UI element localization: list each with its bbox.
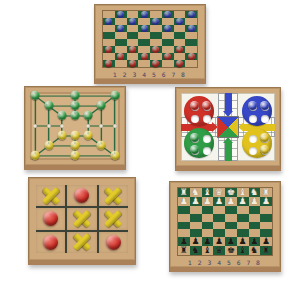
checkers-piece-red (152, 60, 159, 67)
ludo-yard-dot (203, 147, 211, 155)
checkers-piece-blue (152, 18, 159, 25)
morris-point-hole (86, 124, 90, 128)
ludo-yard-dot (191, 115, 199, 123)
checkers-square (150, 53, 162, 60)
checkers-square (127, 60, 139, 67)
chess-square (178, 206, 190, 214)
checkers-piece-blue (141, 11, 148, 18)
nine-mens-morris-board (24, 86, 126, 170)
checkers-square (103, 60, 115, 67)
tic-tac-toe-cell (36, 185, 65, 206)
checkers-square (115, 11, 127, 18)
tic-tac-toe-cell (36, 208, 65, 229)
tic-tac-toe-piece-x (72, 232, 92, 252)
checkers-square (150, 60, 162, 67)
chess-frame-numbers: 1 2 3 4 5 6 7 8 (170, 260, 280, 266)
checkers-square (174, 32, 186, 39)
checkers-square (185, 53, 197, 60)
checkers-square (127, 25, 139, 32)
chess-square (213, 206, 225, 214)
ludo-home-column-blue (225, 93, 232, 111)
tic-tac-toe-cell (99, 185, 128, 206)
morris-peg-yellow (71, 141, 80, 150)
checkers-square (185, 25, 197, 32)
checkers-square (127, 53, 139, 60)
checkers-square (115, 18, 127, 25)
tic-tac-toe-cell (99, 232, 128, 253)
morris-point-hole (60, 124, 64, 128)
checkers-piece-red (188, 53, 195, 60)
tic-tac-toe-cell (67, 208, 96, 229)
chess-piece-black-bishop: ♝ (239, 246, 247, 255)
checkers-piece-red (164, 53, 171, 60)
tic-tac-toe-cell (36, 232, 65, 253)
product-photo: 1 2 3 4 5 6 7 8 (0, 0, 300, 300)
chess-piece-white-pawn: ♟ (215, 197, 223, 206)
checkers-square (115, 39, 127, 46)
morris-peg-green (97, 101, 106, 110)
checkers-square (103, 11, 115, 18)
checkers-square (103, 25, 115, 32)
checkers-square (162, 25, 174, 32)
chess-square (249, 222, 261, 230)
chess-piece-white-pawn: ♟ (239, 197, 247, 206)
ludo-yard-dot (249, 147, 257, 155)
morris-peg-green (110, 91, 119, 100)
chess-piece-white-pawn: ♟ (203, 197, 211, 206)
checkers-square (174, 46, 186, 53)
ludo-home-column-green (225, 143, 232, 161)
ludo-yard-blue (242, 96, 272, 126)
checkers-square (115, 46, 127, 53)
tic-tac-toe-piece-x (103, 186, 123, 206)
chess-square: ♟ (249, 197, 261, 206)
checkers-piece-red (105, 46, 112, 53)
checkers-square (138, 11, 150, 18)
checkers-piece-blue (164, 25, 171, 32)
chess-square: ♜ (260, 246, 272, 255)
checkers-piece-red (141, 53, 148, 60)
chess-grid: ♜♞♝♛♚♝♞♜♟♟♟♟♟♟♟♟♟♟♟♟♟♟♟♟♜♞♝♛♚♝♞♜ (178, 188, 272, 255)
ludo-yard-dot (249, 115, 257, 123)
checkers-square (185, 32, 197, 39)
checkers-square (127, 32, 139, 39)
chess-square: ♞ (249, 246, 261, 255)
checkers-square (174, 39, 186, 46)
checkers-frame-numbers: 1 2 3 4 5 6 7 8 (95, 72, 205, 78)
checkers-piece-blue (105, 18, 112, 25)
tic-tac-toe-grid (36, 185, 128, 253)
chess-piece-white-pawn: ♟ (262, 197, 270, 206)
checkers-piece-blue (176, 18, 183, 25)
chess-square (178, 222, 190, 230)
tic-tac-toe-piece-x (103, 209, 123, 229)
checkers-square (103, 18, 115, 25)
checkers-square (162, 60, 174, 67)
chess-square: ♝ (202, 246, 214, 255)
chess-square: ♟ (202, 197, 214, 206)
checkers-square (174, 11, 186, 18)
morris-peg-green (71, 91, 80, 100)
chess-square (202, 214, 214, 222)
tic-tac-toe-cell (67, 232, 96, 253)
chess-piece-white-pawn: ♟ (250, 197, 258, 206)
checkers-square (127, 11, 139, 18)
chess-square: ♟ (190, 197, 202, 206)
checkers-square (103, 46, 115, 53)
ludo-center-home (218, 117, 238, 137)
chess-square: ♜ (178, 246, 190, 255)
checkers-square (162, 53, 174, 60)
chess-piece-black-king: ♚ (227, 246, 235, 255)
checkers-square (103, 32, 115, 39)
checkers-square (174, 60, 186, 67)
chess-square (190, 214, 202, 222)
checkers-square (138, 25, 150, 32)
checkers-square (138, 46, 150, 53)
checkers-square (115, 32, 127, 39)
checkers-piece-blue (164, 11, 171, 18)
chess-square: ♟ (178, 197, 190, 206)
checkers-piece-blue (129, 18, 136, 25)
chess-square: ♝ (237, 246, 249, 255)
checkers-piece-red (129, 46, 136, 53)
checkers-square (138, 39, 150, 46)
tic-tac-toe-cell (99, 208, 128, 229)
checkers-square (138, 53, 150, 60)
checkers-square (174, 18, 186, 25)
tic-tac-toe-piece-x (41, 186, 61, 206)
chess-square (260, 214, 272, 222)
checkers-piece-blue (117, 25, 124, 32)
checkers-square (185, 46, 197, 53)
morris-peg-green (57, 111, 66, 120)
checkers-piece-blue (188, 11, 195, 18)
chess-square (225, 222, 237, 230)
chess-square: ♛ (213, 246, 225, 255)
checkers-grid (103, 11, 197, 67)
checkers-square (185, 11, 197, 18)
checkers-square (138, 32, 150, 39)
chess-square (260, 206, 272, 214)
checkers-square (162, 11, 174, 18)
morris-peg-yellow (31, 151, 40, 160)
checkers-piece-blue (141, 25, 148, 32)
ludo-yard-red (184, 96, 214, 126)
checkers-square (162, 39, 174, 46)
chess-square: ♚ (225, 246, 237, 255)
checkers-square (150, 18, 162, 25)
chess-square: ♟ (225, 197, 237, 206)
tic-tac-toe-piece-x (72, 209, 92, 229)
checkers-board: 1 2 3 4 5 6 7 8 (94, 4, 206, 84)
chess-square (213, 222, 225, 230)
chess-square (213, 214, 225, 222)
morris-point-hole (99, 124, 103, 128)
tic-tac-toe-piece-o (43, 235, 58, 250)
ludo-yard-dot (249, 135, 257, 143)
morris-peg-green (71, 101, 80, 110)
ludo-board (175, 87, 281, 171)
checkers-square (150, 46, 162, 53)
morris-peg-yellow (44, 141, 53, 150)
chess-piece-black-bishop: ♝ (203, 246, 211, 255)
ludo-surface (181, 93, 275, 161)
chess-square (237, 214, 249, 222)
checkers-square (115, 25, 127, 32)
tic-tac-toe-cell (67, 185, 96, 206)
morris-peg-green (71, 111, 80, 120)
checkers-square (138, 60, 150, 67)
chess-piece-black-knight: ♞ (192, 246, 200, 255)
chess-square (190, 206, 202, 214)
ludo-yard-yellow (242, 128, 272, 158)
ludo-arrow-yellow-left (238, 122, 244, 132)
checkers-piece-blue (188, 25, 195, 32)
morris-point-hole (113, 124, 117, 128)
morris-peg-green (84, 111, 93, 120)
chess-square (178, 214, 190, 222)
chess-square (202, 222, 214, 230)
chess-square (225, 206, 237, 214)
morris-peg-yellow (97, 141, 106, 150)
chess-piece-white-pawn: ♟ (192, 197, 200, 206)
chess-square (249, 214, 261, 222)
chess-square (190, 222, 202, 230)
morris-peg-green (44, 101, 53, 110)
chess-board: ♜♞♝♛♚♝♞♜♟♟♟♟♟♟♟♟♟♟♟♟♟♟♟♟♜♞♝♛♚♝♞♜ 1 2 3 4… (169, 181, 281, 272)
ludo-yard-dot (261, 115, 269, 123)
checkers-square (150, 39, 162, 46)
ludo-arrow-green-up (223, 137, 233, 143)
checkers-square (150, 25, 162, 32)
morris-point-hole (33, 124, 37, 128)
chess-square: ♞ (190, 246, 202, 255)
morris-peg-yellow (71, 151, 80, 160)
morris-point-hole (47, 124, 51, 128)
chess-square (202, 206, 214, 214)
chess-square: ♟ (213, 197, 225, 206)
checkers-piece-blue (117, 11, 124, 18)
checkers-square (162, 32, 174, 39)
chess-piece-white-pawn: ♟ (227, 197, 235, 206)
chess-piece-black-knight: ♞ (250, 246, 258, 255)
checkers-piece-red (105, 60, 112, 67)
chess-square (249, 206, 261, 214)
morris-peg-yellow (110, 151, 119, 160)
checkers-square (127, 18, 139, 25)
checkers-square (138, 18, 150, 25)
morris-peg-layer (30, 92, 120, 160)
checkers-square (127, 39, 139, 46)
ludo-yard-green (184, 128, 214, 158)
checkers-square (174, 25, 186, 32)
checkers-piece-red (129, 60, 136, 67)
checkers-square (103, 39, 115, 46)
ludo-yard-dot (203, 115, 211, 123)
checkers-square (150, 11, 162, 18)
chess-square (237, 206, 249, 214)
checkers-square (103, 53, 115, 60)
tic-tac-toe-piece-o (106, 235, 121, 250)
tic-tac-toe-board (28, 177, 136, 265)
tic-tac-toe-piece-o (43, 211, 58, 226)
chess-piece-white-pawn: ♟ (180, 197, 188, 206)
chess-piece-black-rook: ♜ (180, 246, 188, 255)
checkers-square (174, 53, 186, 60)
morris-peg-green (31, 91, 40, 100)
checkers-square (185, 18, 197, 25)
tic-tac-toe-piece-o (74, 188, 89, 203)
chess-square: ♟ (237, 197, 249, 206)
checkers-piece-red (152, 46, 159, 53)
checkers-square (127, 46, 139, 53)
checkers-piece-red (176, 60, 183, 67)
checkers-square (115, 60, 127, 67)
morris-peg-yellow (84, 131, 93, 140)
chess-square (237, 222, 249, 230)
chess-piece-black-queen: ♛ (215, 246, 223, 255)
chess-piece-black-rook: ♜ (262, 246, 270, 255)
checkers-piece-red (176, 46, 183, 53)
ludo-yard-dot (203, 135, 211, 143)
chess-square (260, 222, 272, 230)
morris-surface (30, 92, 120, 160)
checkers-square (185, 60, 197, 67)
morris-peg-yellow (57, 131, 66, 140)
checkers-square (150, 32, 162, 39)
checkers-square (185, 39, 197, 46)
chess-square: ♟ (260, 197, 272, 206)
checkers-square (162, 18, 174, 25)
checkers-piece-red (117, 53, 124, 60)
morris-peg-yellow (71, 131, 80, 140)
chess-square (225, 214, 237, 222)
checkers-square (115, 53, 127, 60)
checkers-square (162, 46, 174, 53)
